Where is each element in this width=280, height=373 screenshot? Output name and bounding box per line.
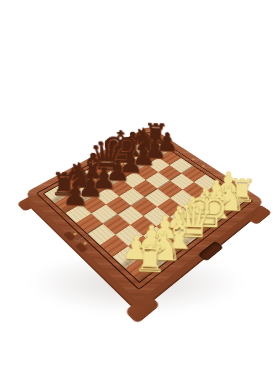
brass-pin bbox=[202, 165, 206, 168]
board-frame: ♜♞♝♛♚♝♞♜♟♟♟♟♟♟♟♟♟♟♟♟♟♟♟♟♜♞♝♛♚♝♞♜ bbox=[24, 126, 264, 302]
brass-pin bbox=[191, 158, 195, 160]
playing-area: ♜♞♝♛♚♝♞♜♟♟♟♟♟♟♟♟♟♟♟♟♟♟♟♟♜♞♝♛♚♝♞♜ bbox=[43, 135, 247, 283]
photo-scene: ♜♞♝♛♚♝♞♜♟♟♟♟♟♟♟♟♟♟♟♟♟♟♟♟♜♞♝♛♚♝♞♜ bbox=[0, 0, 280, 373]
chess-board: ♜♞♝♛♚♝♞♜♟♟♟♟♟♟♟♟♟♟♟♟♟♟♟♟♜♞♝♛♚♝♞♜ bbox=[24, 126, 264, 302]
product-photo: ♜♞♝♛♚♝♞♜♟♟♟♟♟♟♟♟♟♟♟♟♟♟♟♟♜♞♝♛♚♝♞♜ bbox=[0, 0, 280, 373]
